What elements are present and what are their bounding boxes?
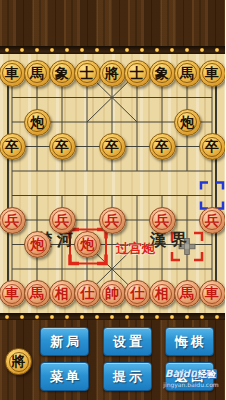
new-game-button[interactable]: 新局 xyxy=(40,327,89,356)
nail-rail-bottom xyxy=(0,313,225,320)
menu-button[interactable]: 菜单 xyxy=(40,362,89,391)
piece-black-general[interactable]: 將 xyxy=(99,60,126,87)
piece-red-soldier[interactable]: 兵 xyxy=(0,207,26,234)
back-button[interactable]: 返回 xyxy=(165,362,214,391)
nail-dots xyxy=(0,313,225,320)
piece-black-advisor[interactable]: 士 xyxy=(74,60,101,87)
piece-black-soldier[interactable]: 卒 xyxy=(199,133,226,160)
undo-button[interactable]: 悔棋 xyxy=(165,327,214,356)
piece-red-advisor[interactable]: 仕 xyxy=(124,280,151,307)
settings-button[interactable]: 设置 xyxy=(103,327,152,356)
piece-black-chariot[interactable]: 車 xyxy=(199,60,226,87)
piece-red-soldier[interactable]: 兵 xyxy=(99,207,126,234)
piece-black-soldier[interactable]: 卒 xyxy=(99,133,126,160)
piece-red-soldier[interactable]: 兵 xyxy=(199,207,226,234)
piece-red-general[interactable]: 帥 xyxy=(99,280,126,307)
piece-black-elephant[interactable]: 象 xyxy=(149,60,176,87)
piece-red-cannon[interactable]: 炮 xyxy=(24,231,51,258)
piece-black-chariot[interactable]: 車 xyxy=(0,60,26,87)
piece-black-horse[interactable]: 馬 xyxy=(24,60,51,87)
piece-red-elephant[interactable]: 相 xyxy=(49,280,76,307)
piece-black-soldier[interactable]: 卒 xyxy=(149,133,176,160)
piece-red-soldier[interactable]: 兵 xyxy=(149,207,176,234)
piece-black-soldier[interactable]: 卒 xyxy=(0,133,26,160)
piece-red-chariot[interactable]: 車 xyxy=(0,280,26,307)
nail-rail-top xyxy=(0,46,225,54)
piece-black-horse[interactable]: 馬 xyxy=(174,60,201,87)
piece-red-horse[interactable]: 馬 xyxy=(24,280,51,307)
hint-button[interactable]: 提示 xyxy=(103,362,152,391)
piece-black-elephant[interactable]: 象 xyxy=(49,60,76,87)
nail-dots xyxy=(0,46,225,54)
piece-red-advisor[interactable]: 仕 xyxy=(74,280,101,307)
move-annotation: 过宫炮 xyxy=(116,240,162,258)
piece-black-cannon[interactable]: 炮 xyxy=(174,109,201,136)
piece-red-horse[interactable]: 馬 xyxy=(174,280,201,307)
xiangqi-app: 楚河 漢界 車馬象士將士象馬車炮炮卒卒卒卒卒兵兵兵兵兵炮炮車馬相仕帥仕相馬車 过… xyxy=(0,0,225,400)
piece-red-elephant[interactable]: 相 xyxy=(149,280,176,307)
piece-black-cannon[interactable]: 炮 xyxy=(24,109,51,136)
piece-red-soldier[interactable]: 兵 xyxy=(49,207,76,234)
turn-indicator-general: 將 xyxy=(5,348,32,375)
piece-black-soldier[interactable]: 卒 xyxy=(49,133,76,160)
xiangqi-board[interactable]: 楚河 漢界 xyxy=(0,54,225,313)
board-grid xyxy=(0,54,225,313)
piece-red-chariot[interactable]: 車 xyxy=(199,280,226,307)
piece-red-cannon[interactable]: 炮 xyxy=(74,231,101,258)
piece-black-advisor[interactable]: 士 xyxy=(124,60,151,87)
